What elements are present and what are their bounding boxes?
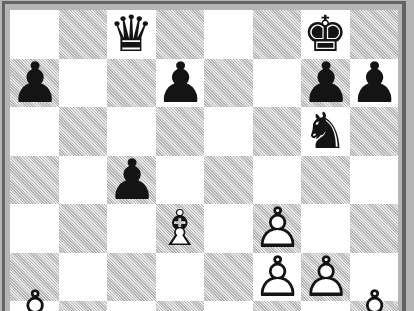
black-pawn-icon: ♟ (350, 55, 399, 111)
black-queen-icon: ♛ (107, 9, 156, 59)
square-h2[interactable]: ♟♙ (350, 301, 399, 311)
black-queen-c8[interactable]: ♛ (107, 9, 156, 59)
square-f6[interactable] (253, 107, 302, 156)
square-a2[interactable]: ♟♙ (10, 301, 59, 311)
square-d2[interactable] (156, 301, 205, 311)
square-b3[interactable] (59, 253, 108, 302)
square-e2[interactable] (204, 301, 253, 311)
square-d7[interactable]: ♟ (156, 59, 205, 108)
black-pawn-icon: ♟ (156, 55, 205, 111)
square-b6[interactable] (59, 107, 108, 156)
white-pawn-icon: ♙ (253, 249, 302, 305)
square-e7[interactable] (204, 59, 253, 108)
square-d5[interactable] (156, 156, 205, 205)
square-g3[interactable]: ♟♙ (301, 253, 350, 302)
square-c8[interactable]: ♛ (107, 10, 156, 59)
square-a5[interactable] (10, 156, 59, 205)
square-g6[interactable]: ♞ (301, 107, 350, 156)
square-b2[interactable] (59, 301, 108, 311)
square-b5[interactable] (59, 156, 108, 205)
square-h4[interactable] (350, 204, 399, 253)
black-pawn-c5[interactable]: ♟ (107, 152, 156, 208)
square-g5[interactable] (301, 156, 350, 205)
square-f3[interactable]: ♟♙ (253, 253, 302, 302)
square-a7[interactable]: ♟ (10, 59, 59, 108)
square-c2[interactable] (107, 301, 156, 311)
square-b8[interactable] (59, 10, 108, 59)
square-c7[interactable] (107, 59, 156, 108)
square-c3[interactable] (107, 253, 156, 302)
square-d3[interactable] (156, 253, 205, 302)
black-pawn-a7[interactable]: ♟ (10, 55, 59, 111)
black-knight-g6[interactable]: ♞ (301, 106, 350, 156)
square-g7[interactable]: ♟ (301, 59, 350, 108)
square-b7[interactable] (59, 59, 108, 108)
white-pawn-a2[interactable]: ♟♙ (10, 283, 59, 311)
square-d4[interactable]: ♝♗ (156, 204, 205, 253)
frame-line-left (2, 1, 5, 311)
white-pawn-icon: ♙ (301, 249, 350, 305)
square-h5[interactable] (350, 156, 399, 205)
white-pawn-g3[interactable]: ♟♙ (301, 249, 350, 305)
square-f8[interactable] (253, 10, 302, 59)
square-e8[interactable] (204, 10, 253, 59)
square-e3[interactable] (204, 253, 253, 302)
square-c5[interactable]: ♟ (107, 156, 156, 205)
black-knight-icon: ♞ (301, 106, 350, 156)
black-pawn-d7[interactable]: ♟ (156, 55, 205, 111)
black-pawn-h7[interactable]: ♟ (350, 55, 399, 111)
black-pawn-icon: ♟ (107, 152, 156, 208)
frame-line-right (402, 1, 406, 311)
square-a4[interactable] (10, 204, 59, 253)
chess-board: ♛♚♟♟♟♟♞♟♝♗♟♙♟♙♟♙♟♙♟♙ (10, 10, 398, 311)
white-pawn-h2[interactable]: ♟♙ (350, 283, 399, 311)
frame-line-top (2, 1, 406, 4)
white-bishop-icon: ♗ (156, 203, 205, 253)
white-bishop-d4[interactable]: ♝♗ (156, 203, 205, 253)
square-e6[interactable] (204, 107, 253, 156)
white-pawn-icon: ♙ (10, 283, 59, 311)
square-e5[interactable] (204, 156, 253, 205)
black-pawn-icon: ♟ (10, 55, 59, 111)
square-f7[interactable] (253, 59, 302, 108)
square-b4[interactable] (59, 204, 108, 253)
square-e4[interactable] (204, 204, 253, 253)
white-pawn-f3[interactable]: ♟♙ (253, 249, 302, 305)
square-h7[interactable]: ♟ (350, 59, 399, 108)
white-pawn-icon: ♙ (350, 283, 399, 311)
chess-window: ♛♚♟♟♟♟♞♟♝♗♟♙♟♙♟♙♟♙♟♙ (0, 0, 414, 311)
